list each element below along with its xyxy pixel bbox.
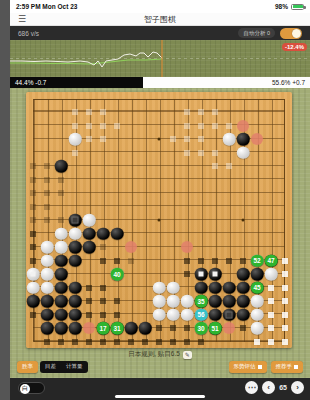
ownership-square-black bbox=[114, 258, 120, 264]
ownership-square-white bbox=[282, 258, 288, 264]
white-stone bbox=[41, 281, 54, 294]
white-stone bbox=[167, 295, 180, 308]
ownership-square-black-faint bbox=[44, 177, 50, 183]
evaluate-button[interactable]: 形势评估 bbox=[229, 361, 267, 373]
white-stone bbox=[55, 227, 68, 240]
ownership-square-black bbox=[100, 339, 106, 345]
ownership-square-white-faint bbox=[86, 109, 92, 115]
ownership-square-white bbox=[282, 298, 288, 304]
white-stone bbox=[153, 308, 166, 321]
ownership-square-black bbox=[58, 339, 64, 345]
edit-pencil-icon[interactable]: ✎ bbox=[183, 351, 192, 359]
ownership-mark-on-stone bbox=[73, 218, 78, 223]
ownership-square-white bbox=[282, 325, 288, 331]
white-stone bbox=[27, 281, 40, 294]
ownership-square-black bbox=[184, 325, 190, 331]
ownership-square-black bbox=[100, 312, 106, 318]
ownership-square-black bbox=[100, 285, 106, 291]
black-stone bbox=[139, 322, 152, 335]
ownership-square-black bbox=[128, 339, 134, 345]
ownership-square-black-faint bbox=[100, 244, 106, 250]
clock-date: 2:59 PM Mon Oct 23 bbox=[16, 3, 77, 10]
analysis-toggle[interactable] bbox=[280, 28, 302, 39]
move-number-badge: 31 bbox=[111, 322, 124, 335]
rules-row: 日本规则, 贴目6.5 ✎ bbox=[10, 350, 310, 359]
suggested-move-circle bbox=[223, 322, 235, 334]
ownership-square-white-faint bbox=[198, 109, 204, 115]
move-number-badge: 51 bbox=[209, 322, 222, 335]
suggest-toggle-icon bbox=[294, 365, 298, 369]
hoshi-dot bbox=[242, 219, 245, 222]
view-buttons-row: 胜率 目差 计算量 形势评估 推荐手 bbox=[10, 360, 310, 373]
ownership-square-black-faint bbox=[128, 258, 134, 264]
ownership-square-black bbox=[30, 231, 36, 237]
ownership-square-white bbox=[282, 285, 288, 291]
home-indicator[interactable] bbox=[115, 395, 205, 399]
white-stone bbox=[55, 241, 68, 254]
black-stone bbox=[223, 295, 236, 308]
winrate-graph[interactable]: -12.4% bbox=[10, 40, 310, 77]
ownership-square-white bbox=[268, 285, 274, 291]
ownership-square-black bbox=[86, 285, 92, 291]
ownership-square-black bbox=[170, 339, 176, 345]
side-toggle-knob: 白 bbox=[20, 384, 30, 394]
black-stone bbox=[69, 322, 82, 335]
ownership-square-white-faint bbox=[184, 123, 190, 129]
white-stone bbox=[251, 295, 264, 308]
ownership-square-black bbox=[30, 258, 36, 264]
ownership-square-white-faint bbox=[72, 150, 78, 156]
black-stone bbox=[27, 295, 40, 308]
ownership-square-black-faint bbox=[44, 190, 50, 196]
ownership-square-white-faint bbox=[198, 123, 204, 129]
ownership-square-black-faint bbox=[30, 217, 36, 223]
suggested-move-circle bbox=[251, 133, 263, 145]
ownership-square-black-faint bbox=[44, 163, 50, 169]
hamburger-menu-icon[interactable]: ☰ bbox=[18, 13, 26, 26]
score-mode-button[interactable]: 目差 bbox=[40, 361, 61, 373]
ownership-square-white bbox=[268, 339, 274, 345]
winrate-bar: 44.4% -0.7 55.6% +0.7 bbox=[10, 77, 310, 88]
white-stone bbox=[265, 268, 278, 281]
ownership-square-white-faint bbox=[100, 136, 106, 142]
move-number-badge: 52 bbox=[251, 254, 264, 267]
black-stone bbox=[41, 322, 54, 335]
white-stone bbox=[41, 241, 54, 254]
ownership-square-white-faint bbox=[226, 163, 232, 169]
ownership-square-black bbox=[156, 325, 162, 331]
black-stone bbox=[223, 281, 236, 294]
ownership-square-white-faint bbox=[184, 150, 190, 156]
ownership-square-black-faint bbox=[30, 204, 36, 210]
move-number-badge: 35 bbox=[195, 295, 208, 308]
hoshi-dot bbox=[158, 219, 161, 222]
white-stone bbox=[153, 281, 166, 294]
ownership-square-black bbox=[114, 339, 120, 345]
white-stone bbox=[181, 295, 194, 308]
white-stone bbox=[223, 133, 236, 146]
table-mat: 17303135404547515256 日本规则, 贴目6.5 ✎ 胜率 目差… bbox=[10, 88, 310, 378]
ownership-square-white-faint bbox=[212, 123, 218, 129]
ownership-square-white-faint bbox=[212, 109, 218, 115]
ownership-square-black-faint bbox=[58, 190, 64, 196]
ownership-square-black-faint bbox=[58, 177, 64, 183]
black-stone bbox=[55, 322, 68, 335]
move-number-badge: 40 bbox=[111, 268, 124, 281]
ownership-square-black bbox=[184, 271, 190, 277]
black-stone bbox=[55, 308, 68, 321]
black-stone bbox=[83, 241, 96, 254]
status-bar: 2:59 PM Mon Oct 23 98% bbox=[10, 0, 310, 13]
white-stone bbox=[69, 133, 82, 146]
ownership-square-white bbox=[282, 339, 288, 345]
ownership-square-black bbox=[240, 325, 246, 331]
white-stone bbox=[181, 308, 194, 321]
black-stone bbox=[237, 281, 250, 294]
suggested-move-circle bbox=[181, 241, 193, 253]
ownership-square-black-faint bbox=[44, 204, 50, 210]
move-number-badge: 47 bbox=[265, 254, 278, 267]
ownership-square-black bbox=[240, 258, 246, 264]
move-number-badge: 30 bbox=[195, 322, 208, 335]
ownership-square-black-faint bbox=[44, 217, 50, 223]
ownership-square-white-faint bbox=[114, 123, 120, 129]
black-stone bbox=[111, 227, 124, 240]
black-stone bbox=[195, 281, 208, 294]
page-title: 智子围棋 bbox=[10, 14, 310, 25]
playouts-mode-button[interactable]: 计算量 bbox=[61, 361, 88, 373]
ownership-square-black bbox=[142, 339, 148, 345]
black-stone bbox=[69, 295, 82, 308]
black-stone bbox=[209, 281, 222, 294]
ownership-square-black bbox=[44, 339, 50, 345]
white-stone bbox=[237, 146, 250, 159]
ownership-square-black bbox=[198, 258, 204, 264]
latest-move-badge: 56 bbox=[195, 308, 208, 321]
ownership-square-black-faint bbox=[30, 190, 36, 196]
ownership-square-white bbox=[268, 298, 274, 304]
ownership-mark-on-stone bbox=[227, 312, 232, 317]
winrate-drop-badge: -12.4% bbox=[282, 43, 307, 51]
ownership-square-white-faint bbox=[198, 150, 204, 156]
white-stone bbox=[69, 227, 82, 240]
ownership-square-black bbox=[30, 312, 36, 318]
ownership-square-white-faint bbox=[212, 163, 218, 169]
visits-per-second: 686 v/s bbox=[18, 30, 39, 37]
ownership-square-black bbox=[100, 258, 106, 264]
prev-move-button[interactable]: ‹ bbox=[262, 381, 275, 394]
ownership-square-black-faint bbox=[30, 177, 36, 183]
suggested-move-circle bbox=[237, 120, 249, 132]
ownership-square-white-faint bbox=[86, 136, 92, 142]
ownership-square-white-faint bbox=[86, 123, 92, 129]
black-stone bbox=[55, 268, 68, 281]
black-stone bbox=[209, 308, 222, 321]
ownership-square-white-faint bbox=[184, 109, 190, 115]
ownership-square-black bbox=[170, 325, 176, 331]
ownership-square-white-faint bbox=[170, 136, 176, 142]
ownership-square-white bbox=[268, 325, 274, 331]
ownership-square-black bbox=[198, 339, 204, 345]
white-stone bbox=[41, 254, 54, 267]
toggle-knob bbox=[292, 29, 301, 38]
ownership-square-black bbox=[184, 258, 190, 264]
black-stone bbox=[251, 268, 264, 281]
hoshi-dot bbox=[158, 138, 161, 141]
ownership-square-black bbox=[114, 298, 120, 304]
suggested-move-circle bbox=[125, 241, 137, 253]
black-stone bbox=[209, 295, 222, 308]
ownership-square-white-faint bbox=[198, 136, 204, 142]
black-stone bbox=[41, 308, 54, 321]
black-stone bbox=[237, 133, 250, 146]
white-stone bbox=[167, 281, 180, 294]
ownership-square-white-faint bbox=[72, 123, 78, 129]
black-stone bbox=[237, 268, 250, 281]
ownership-square-white bbox=[268, 312, 274, 318]
black-stone bbox=[55, 254, 68, 267]
move-number-badge: 45 bbox=[251, 281, 264, 294]
white-stone bbox=[41, 268, 54, 281]
white-stone bbox=[167, 308, 180, 321]
black-winrate: 44.4% -0.7 bbox=[10, 77, 143, 88]
black-stone bbox=[97, 227, 110, 240]
next-move-button[interactable]: › bbox=[291, 381, 304, 394]
rules-text: 日本规则, 贴目6.5 bbox=[128, 350, 180, 359]
ownership-square-black bbox=[100, 298, 106, 304]
ownership-square-black bbox=[184, 339, 190, 345]
black-stone bbox=[55, 160, 68, 173]
ownership-square-black bbox=[86, 298, 92, 304]
white-stone bbox=[83, 214, 96, 227]
winrate-graph-canvas bbox=[10, 40, 310, 77]
white-stone bbox=[251, 322, 264, 335]
ownership-square-white-faint bbox=[100, 109, 106, 115]
white-stone bbox=[251, 308, 264, 321]
ownership-mark-on-stone bbox=[199, 272, 204, 277]
move-number: 65 bbox=[279, 384, 287, 391]
ownership-square-white bbox=[254, 339, 260, 345]
ownership-square-black bbox=[212, 258, 218, 264]
ownership-square-black bbox=[226, 258, 232, 264]
ownership-square-black bbox=[86, 312, 92, 318]
ownership-square-black-faint bbox=[58, 217, 64, 223]
black-stone bbox=[41, 295, 54, 308]
ownership-square-black bbox=[72, 339, 78, 345]
ownership-square-white bbox=[282, 312, 288, 318]
ownership-square-black bbox=[86, 339, 92, 345]
ownership-square-black bbox=[114, 312, 120, 318]
ownership-square-black bbox=[30, 244, 36, 250]
black-stone bbox=[69, 241, 82, 254]
black-stone bbox=[237, 308, 250, 321]
black-stone bbox=[83, 227, 96, 240]
black-stone bbox=[69, 308, 82, 321]
side-to-play-toggle[interactable]: 白 bbox=[18, 382, 45, 394]
go-analysis-app: 2:59 PM Mon Oct 23 98% ☰ 智子围棋 686 v/s 自动… bbox=[10, 0, 310, 400]
black-stone bbox=[237, 295, 250, 308]
ownership-square-white-faint bbox=[212, 150, 218, 156]
black-stone bbox=[125, 322, 138, 335]
black-stone bbox=[55, 281, 68, 294]
suggested-move-circle bbox=[83, 322, 95, 334]
black-stone bbox=[69, 254, 82, 267]
ownership-mark-on-stone bbox=[31, 272, 36, 277]
ownership-square-white-faint bbox=[184, 136, 190, 142]
bottom-bar: 白 ⋯ ‹ 65 › bbox=[10, 378, 310, 400]
evaluate-toggle-icon bbox=[258, 365, 262, 369]
black-stone bbox=[69, 281, 82, 294]
more-options-button[interactable]: ⋯ bbox=[245, 381, 258, 394]
ownership-square-white bbox=[282, 271, 288, 277]
black-stone bbox=[55, 295, 68, 308]
move-number-badge: 17 bbox=[97, 322, 110, 335]
white-stone bbox=[153, 295, 166, 308]
white-winrate: 55.6% +0.7 bbox=[143, 77, 310, 88]
battery-icon bbox=[291, 4, 304, 10]
suggest-button[interactable]: 推荐手 bbox=[271, 361, 304, 373]
ownership-square-white-faint bbox=[72, 109, 78, 115]
ownership-square-black bbox=[156, 339, 162, 345]
battery-percent: 98% bbox=[275, 3, 288, 10]
analysis-toolbar: 686 v/s 自动分析 0 bbox=[10, 26, 310, 40]
ownership-square-white-faint bbox=[226, 123, 232, 129]
go-board[interactable]: 17303135404547515256 bbox=[26, 92, 292, 348]
winrate-mode-button[interactable]: 胜率 bbox=[17, 361, 38, 373]
auto-analysis-badge[interactable]: 自动分析 0 bbox=[238, 28, 275, 38]
ownership-square-white-faint bbox=[100, 123, 106, 129]
ownership-square-black-faint bbox=[30, 163, 36, 169]
nav-bar: ☰ 智子围棋 bbox=[10, 13, 310, 26]
ownership-mark-on-stone bbox=[213, 272, 218, 277]
